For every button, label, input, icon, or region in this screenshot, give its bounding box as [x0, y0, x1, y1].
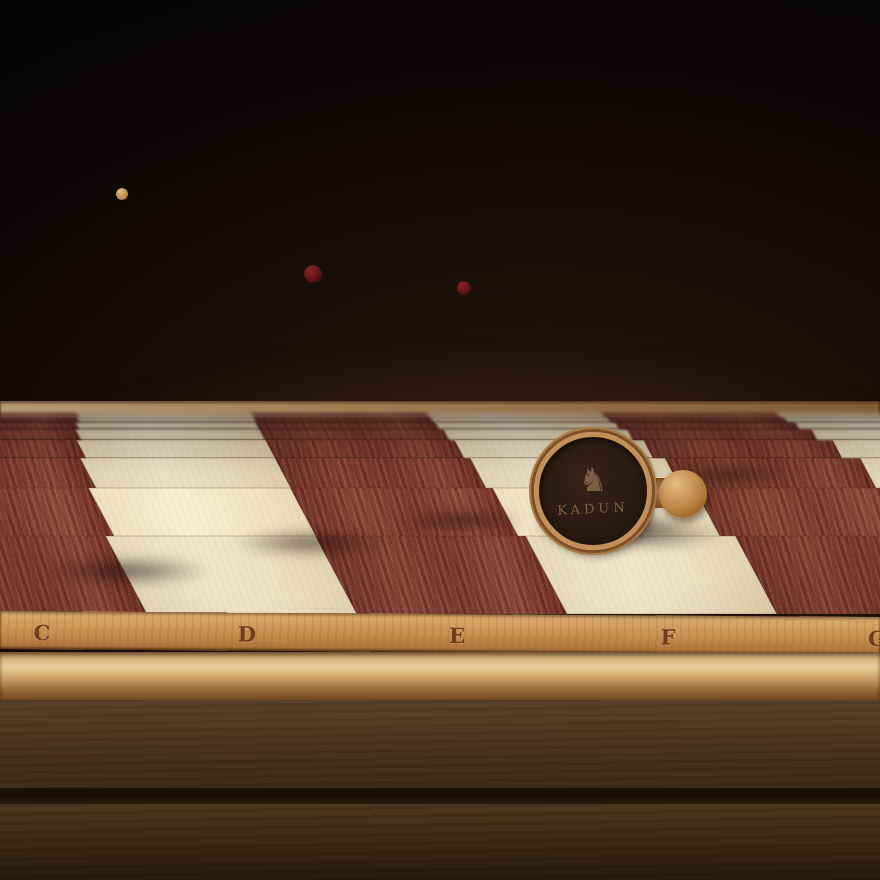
photo-scene: CDEFG ♜ ♞ ♟ ♚ ♛ ♝ ♞ KADUN	[0, 0, 880, 880]
fallen-pawn-head	[659, 470, 707, 518]
file-label-E: E	[449, 623, 465, 648]
file-label-F: F	[660, 625, 675, 650]
piece-white-pawn-fallen[interactable]: ♞ KADUN	[528, 430, 728, 565]
piece-white-bishop[interactable]: ♝	[389, 265, 537, 595]
file-label-G: G	[868, 626, 880, 651]
kadun-knight-logo-icon: ♞	[579, 461, 608, 499]
table-lower-panel	[0, 804, 880, 880]
table-groove	[0, 788, 880, 804]
bishop-glyph: ♝	[389, 265, 537, 595]
queen-ball-finial	[304, 265, 322, 283]
piece-white-queen[interactable]: ♛	[221, 251, 406, 626]
bishop-ball-finial	[457, 281, 471, 295]
queen-glyph: ♛	[221, 251, 406, 626]
kadun-logo-text: KADUN	[557, 499, 629, 518]
fallen-pawn-felt-base: ♞ KADUN	[534, 432, 652, 550]
board-square[interactable]	[795, 422, 880, 429]
board-square[interactable]	[811, 429, 880, 440]
king-cross-finial-arm	[98, 219, 146, 236]
king-top-ball	[116, 188, 128, 200]
